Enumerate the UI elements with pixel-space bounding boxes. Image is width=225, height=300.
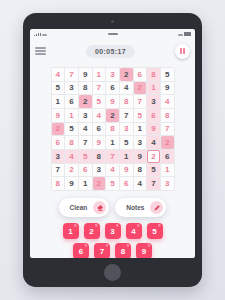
sudoku-cell-r9c6[interactable]: 6 (120, 177, 133, 190)
sudoku-cell-r8c6[interactable]: 9 (120, 164, 133, 177)
sudoku-cell-r3c6[interactable]: 8 (120, 95, 133, 108)
hamburger-menu-icon[interactable] (35, 47, 46, 55)
sudoku-cell-r3c4[interactable]: 5 (93, 95, 106, 108)
sudoku-cell-r9c7[interactable]: 4 (134, 177, 147, 190)
sudoku-cell-r4c3[interactable]: 3 (79, 109, 92, 122)
sudoku-cell-r4c6[interactable]: 7 (120, 109, 133, 122)
app-screen: 00:05:17 4791326855387642191625987349134… (30, 29, 195, 258)
key-7[interactable]: 79 (94, 243, 110, 258)
sudoku-cell-r5c1[interactable]: 2 (52, 123, 65, 136)
home-button[interactable] (104, 264, 121, 281)
sudoku-cell-r2c1[interactable]: 5 (52, 82, 65, 95)
sudoku-cell-r7c8[interactable]: 2 (147, 150, 160, 163)
key-9[interactable]: 99 (136, 243, 152, 258)
sudoku-cell-r2c6[interactable]: 4 (120, 82, 133, 95)
sudoku-cell-r3c3[interactable]: 2 (79, 95, 92, 108)
pencil-icon (150, 201, 163, 214)
number-keypad: 192939495969798999 (30, 223, 195, 258)
sudoku-cell-r8c4[interactable]: 3 (93, 164, 106, 177)
sudoku-cell-r5c2[interactable]: 5 (65, 123, 78, 136)
key-6[interactable]: 69 (73, 243, 89, 258)
pause-button[interactable] (175, 44, 190, 59)
key-3[interactable]: 39 (105, 223, 121, 239)
sudoku-cell-r2c4[interactable]: 7 (93, 82, 106, 95)
key-8[interactable]: 89 (115, 243, 131, 258)
clock-icon (108, 33, 118, 35)
sudoku-cell-r1c8[interactable]: 8 (147, 68, 160, 81)
sudoku-cell-r1c1[interactable]: 4 (52, 68, 65, 81)
sudoku-cell-r1c3[interactable]: 9 (79, 68, 92, 81)
sudoku-cell-r9c5[interactable]: 5 (106, 177, 119, 190)
sudoku-cell-r8c9[interactable]: 1 (161, 164, 174, 177)
sudoku-cell-r7c4[interactable]: 8 (93, 150, 106, 163)
camera-icon (111, 20, 114, 23)
key-2[interactable]: 29 (84, 223, 100, 239)
key-5[interactable]: 59 (147, 223, 163, 239)
sudoku-cell-r8c3[interactable]: 6 (79, 164, 92, 177)
sudoku-cell-r9c1[interactable]: 8 (52, 177, 65, 190)
sudoku-cell-r1c6[interactable]: 2 (120, 68, 133, 81)
sudoku-cell-r7c7[interactable]: 9 (134, 150, 147, 163)
sudoku-cell-r7c3[interactable]: 5 (79, 150, 92, 163)
sudoku-cell-r6c3[interactable]: 7 (79, 136, 92, 149)
sudoku-cell-r4c7[interactable]: 5 (134, 109, 147, 122)
sudoku-cell-r9c2[interactable]: 9 (65, 177, 78, 190)
sudoku-cell-r6c8[interactable]: 4 (147, 136, 160, 149)
sudoku-cell-r3c2[interactable]: 6 (65, 95, 78, 108)
sudoku-cell-r8c7[interactable]: 8 (134, 164, 147, 177)
sudoku-cell-r7c6[interactable]: 1 (120, 150, 133, 163)
sudoku-cell-r9c3[interactable]: 1 (79, 177, 92, 190)
sudoku-cell-r3c1[interactable]: 1 (52, 95, 65, 108)
sudoku-cell-r6c7[interactable]: 3 (134, 136, 147, 149)
sudoku-cell-r6c6[interactable]: 5 (120, 136, 133, 149)
eraser-icon (93, 201, 106, 214)
sudoku-cell-r4c4[interactable]: 4 (93, 109, 106, 122)
sudoku-cell-r5c5[interactable]: 8 (106, 123, 119, 136)
sudoku-cell-r2c2[interactable]: 3 (65, 82, 78, 95)
sudoku-cell-r1c9[interactable]: 5 (161, 68, 174, 81)
sudoku-cell-r1c7[interactable]: 6 (134, 68, 147, 81)
action-toolbar: Clean Notes (30, 198, 195, 217)
notes-label: Notes (126, 204, 144, 211)
battery-icon (178, 32, 191, 37)
sudoku-cell-r5c3[interactable]: 4 (79, 123, 92, 136)
pause-icon (180, 48, 182, 54)
sudoku-cell-r7c2[interactable]: 4 (65, 150, 78, 163)
clean-label: Clean (70, 204, 88, 211)
timer-display: 00:05:17 (86, 45, 135, 58)
sudoku-cell-r4c2[interactable]: 1 (65, 109, 78, 122)
sudoku-cell-r5c8[interactable]: 9 (147, 123, 160, 136)
sudoku-cell-r6c9[interactable]: 2 (161, 136, 174, 149)
sudoku-cell-r2c9[interactable]: 9 (161, 82, 174, 95)
sudoku-cell-r3c5[interactable]: 9 (106, 95, 119, 108)
sudoku-cell-r8c1[interactable]: 7 (52, 164, 65, 177)
sudoku-cell-r6c1[interactable]: 6 (52, 136, 65, 149)
notes-button[interactable]: Notes (115, 198, 166, 217)
key-1[interactable]: 19 (63, 223, 79, 239)
status-bar (30, 29, 195, 37)
sudoku-cell-r8c2[interactable]: 2 (65, 164, 78, 177)
sudoku-board: 4791326855387642191625987349134275682546… (51, 67, 175, 191)
sudoku-cell-r3c7[interactable]: 7 (134, 95, 147, 108)
sudoku-cell-r6c2[interactable]: 8 (65, 136, 78, 149)
sudoku-cell-r9c9[interactable]: 3 (161, 177, 174, 190)
sudoku-cell-r3c8[interactable]: 3 (147, 95, 160, 108)
sudoku-cell-r5c4[interactable]: 6 (93, 123, 106, 136)
sudoku-cell-r7c5[interactable]: 7 (106, 150, 119, 163)
sudoku-cell-r5c6[interactable]: 3 (120, 123, 133, 136)
sudoku-cell-r9c8[interactable]: 7 (147, 177, 160, 190)
sudoku-cell-r7c9[interactable]: 6 (161, 150, 174, 163)
sudoku-cell-r5c9[interactable]: 7 (161, 123, 174, 136)
sudoku-cell-r7c1[interactable]: 3 (52, 150, 65, 163)
sudoku-cell-r4c9[interactable]: 8 (161, 109, 174, 122)
app-header: 00:05:17 (30, 37, 195, 61)
sudoku-cell-r4c5[interactable]: 2 (106, 109, 119, 122)
sudoku-cell-r5c7[interactable]: 1 (134, 123, 147, 136)
sudoku-cell-r2c3[interactable]: 8 (79, 82, 92, 95)
tablet-device: 00:05:17 4791326855387642191625987349134… (23, 13, 202, 287)
sudoku-cell-r6c5[interactable]: 1 (106, 136, 119, 149)
sudoku-cell-r8c8[interactable]: 5 (147, 164, 160, 177)
clean-button[interactable]: Clean (59, 198, 110, 217)
signal-icon (34, 33, 47, 36)
sudoku-cell-r8c5[interactable]: 4 (106, 164, 119, 177)
sudoku-cell-r1c4[interactable]: 1 (93, 68, 106, 81)
sudoku-cell-r4c8[interactable]: 6 (147, 109, 160, 122)
sudoku-cell-r2c5[interactable]: 6 (106, 82, 119, 95)
sudoku-cell-r2c7[interactable]: 2 (134, 82, 147, 95)
sudoku-cell-r4c1[interactable]: 9 (52, 109, 65, 122)
sudoku-cell-r3c9[interactable]: 4 (161, 95, 174, 108)
sudoku-cell-r1c2[interactable]: 7 (65, 68, 78, 81)
sudoku-cell-r2c8[interactable]: 1 (147, 82, 160, 95)
page-background: 00:05:17 4791326855387642191625987349134… (0, 0, 225, 300)
sudoku-cell-r1c5[interactable]: 3 (106, 68, 119, 81)
sudoku-cell-r9c4[interactable]: 2 (93, 177, 106, 190)
sudoku-cell-r6c4[interactable]: 9 (93, 136, 106, 149)
key-4[interactable]: 49 (126, 223, 142, 239)
